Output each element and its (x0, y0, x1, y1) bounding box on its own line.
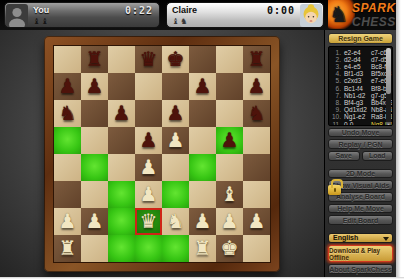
piece-black-queen: ♛ (140, 46, 158, 73)
piece-black-pawn: ♟ (221, 127, 239, 154)
piece-black-pawn: ♟ (194, 73, 212, 100)
square-c1[interactable] (108, 235, 135, 262)
piece-black-rook: ♜ (248, 46, 266, 73)
square-e5[interactable]: ♟ (162, 127, 189, 154)
piece-white-pawn: ♟ (86, 208, 104, 235)
piece-black-rook: ♜ (86, 46, 104, 73)
square-g2[interactable]: ♟ (216, 208, 243, 235)
load-button[interactable]: Load (362, 151, 394, 161)
move-row: 5.c2xd3e7-e6 (332, 77, 384, 84)
move-list: 1.e2-e4c7-c62.d2-d4d7-d53.e4-e5Bc8-f54.B… (328, 46, 393, 126)
save-button[interactable]: Save (328, 151, 360, 161)
sidebar: Resign Game 1.e2-e4c7-c62.d2-d4d7-d53.e4… (324, 30, 396, 277)
square-b2[interactable]: ♟ (81, 208, 108, 235)
square-d2[interactable]: ♛ (135, 208, 162, 235)
square-a7[interactable]: ♟ (54, 73, 81, 100)
square-h4[interactable] (243, 154, 270, 181)
chess-board: ♜♛♚♜♟♟♟♟♞♟♟♞♟♟♟♟♟♝♟♟♛♞♟♟♟♜♜♚ (53, 45, 271, 263)
square-f3[interactable] (189, 181, 216, 208)
move-row: 6.Bc1-f4Bf8-b4 (332, 85, 384, 92)
piece-white-knight: ♞ (167, 208, 185, 235)
square-g5[interactable]: ♟ (216, 127, 243, 154)
language-selected: English (333, 234, 358, 241)
square-f1[interactable]: ♜ (189, 235, 216, 262)
square-e8[interactable]: ♚ (162, 46, 189, 73)
square-g6[interactable] (216, 100, 243, 127)
download-play-offline-button[interactable]: Download & Play Offline (328, 245, 393, 262)
square-a8[interactable] (54, 46, 81, 73)
piece-white-pawn: ♟ (140, 154, 158, 181)
move-row: 2.d2-d4d7-d5 (332, 56, 384, 63)
help-me-move-button[interactable]: Help Me Move (328, 204, 393, 214)
move-row: 8.Bf4-g3Bb4xd2 (332, 99, 384, 106)
piece-white-bishop: ♝ (221, 181, 239, 208)
move-row: 7.Nb1-d2g7-g5 (332, 92, 384, 99)
square-b1[interactable] (81, 235, 108, 262)
white-avatar (6, 4, 28, 27)
dropdown-arrow-icon (383, 237, 389, 241)
about-sparkchess-button[interactable]: About SparkChess (328, 264, 393, 274)
piece-black-pawn: ♟ (113, 100, 131, 127)
square-h6[interactable]: ♞ (243, 100, 270, 127)
player-bar-black: Claire 0:00 ♝♞ (166, 2, 324, 28)
piece-white-pawn: ♟ (248, 208, 266, 235)
square-d5[interactable]: ♟ (135, 127, 162, 154)
move-row: 11.0-0Ng8-h6 (332, 121, 384, 126)
sparkchess-app: You 0:22 ♝♝ Claire 0:00 ♝♞ (0, 0, 404, 279)
move-row: 3.e4-e5Bc8-f5 (332, 63, 384, 70)
square-a4[interactable] (54, 154, 81, 181)
square-e1[interactable] (162, 235, 189, 262)
square-h7[interactable]: ♟ (243, 73, 270, 100)
piece-black-pawn: ♟ (86, 73, 104, 100)
undo-move-button[interactable]: Undo Move (328, 128, 393, 138)
piece-black-pawn: ♟ (59, 73, 77, 100)
square-c8[interactable] (108, 46, 135, 73)
square-f2[interactable]: ♟ (189, 208, 216, 235)
square-f8[interactable] (189, 46, 216, 73)
piece-black-king: ♚ (167, 46, 185, 73)
square-a5[interactable] (54, 127, 81, 154)
logo-word-chess: CHESS™ (352, 13, 396, 28)
square-e7[interactable] (162, 73, 189, 100)
square-h1[interactable] (243, 235, 270, 262)
player-bar-white: You 0:22 ♝♝ (4, 2, 160, 28)
piece-white-pawn: ♟ (59, 208, 77, 235)
app-window: You 0:22 ♝♝ Claire 0:00 ♝♞ (0, 0, 396, 277)
square-g4[interactable] (216, 154, 243, 181)
2d-mode-button[interactable]: 2D Mode (328, 169, 393, 179)
square-f4[interactable] (189, 154, 216, 181)
lock-icon (328, 185, 341, 195)
piece-white-rook: ♜ (194, 235, 212, 262)
square-e3[interactable] (162, 181, 189, 208)
square-b4[interactable] (81, 154, 108, 181)
square-h8[interactable]: ♜ (243, 46, 270, 73)
black-player-name: Claire (172, 5, 197, 15)
square-c6[interactable]: ♟ (108, 100, 135, 127)
move-row: 1.e2-e4c7-c6 (332, 49, 384, 56)
resign-game-button[interactable]: Resign Game (328, 33, 393, 44)
piece-white-pawn: ♟ (221, 208, 239, 235)
square-c5[interactable] (108, 127, 135, 154)
piece-black-pawn: ♟ (167, 100, 185, 127)
piece-white-pawn: ♟ (194, 208, 212, 235)
square-g3[interactable]: ♝ (216, 181, 243, 208)
page-right-margin (396, 0, 404, 279)
square-a1[interactable]: ♜ (54, 235, 81, 262)
square-d7[interactable] (135, 73, 162, 100)
black-clock: 0:00 (267, 5, 295, 16)
square-b8[interactable]: ♜ (81, 46, 108, 73)
edit-board-button[interactable]: Edit Board (328, 215, 393, 225)
replay-pgn-button[interactable]: Replay / PGN (328, 139, 393, 149)
square-c2[interactable] (108, 208, 135, 235)
square-d3[interactable]: ♟ (135, 181, 162, 208)
move-list-scrollbar[interactable]: ▼ (386, 48, 391, 126)
piece-white-rook: ♜ (59, 235, 77, 262)
board-backdrop: ♜♛♚♜♟♟♟♟♞♟♟♞♟♟♟♟♟♝♟♟♛♞♟♟♟♜♜♚ (0, 30, 324, 277)
square-g8[interactable] (216, 46, 243, 73)
square-e4[interactable] (162, 154, 189, 181)
square-d4[interactable]: ♟ (135, 154, 162, 181)
piece-white-queen: ♛ (140, 208, 158, 235)
square-b6[interactable] (81, 100, 108, 127)
square-c3[interactable] (108, 181, 135, 208)
top-bar: You 0:22 ♝♝ Claire 0:00 ♝♞ (0, 0, 396, 30)
square-h2[interactable]: ♟ (243, 208, 270, 235)
square-g1[interactable]: ♚ (216, 235, 243, 262)
white-captured-pieces: ♝♝ (33, 18, 49, 26)
square-f7[interactable]: ♟ (189, 73, 216, 100)
piece-black-knight: ♞ (59, 100, 77, 127)
move-row: 10.Ng1-e2Ra8-b8 (332, 113, 384, 120)
square-f5[interactable] (189, 127, 216, 154)
square-c4[interactable] (108, 154, 135, 181)
move-row: 4.Bf1-d3Bf5xd3 (332, 70, 384, 77)
knight-logo-icon: ♞ (329, 2, 349, 28)
square-h5[interactable] (243, 127, 270, 154)
piece-black-pawn: ♟ (248, 73, 266, 100)
black-avatar (300, 4, 322, 27)
square-h3[interactable] (243, 181, 270, 208)
square-d6[interactable] (135, 100, 162, 127)
square-g7[interactable] (216, 73, 243, 100)
white-clock: 0:22 (125, 5, 153, 16)
scrollbar-down-arrow[interactable]: ▼ (386, 122, 391, 126)
white-player-name: You (33, 5, 49, 15)
square-d8[interactable]: ♛ (135, 46, 162, 73)
square-a2[interactable]: ♟ (54, 208, 81, 235)
square-e2[interactable]: ♞ (162, 208, 189, 235)
square-b7[interactable]: ♟ (81, 73, 108, 100)
square-e6[interactable]: ♟ (162, 100, 189, 127)
square-a3[interactable] (54, 181, 81, 208)
piece-white-pawn: ♟ (140, 181, 158, 208)
language-dropdown[interactable]: English (328, 233, 393, 244)
piece-black-pawn: ♟ (140, 127, 158, 154)
square-b3[interactable] (81, 181, 108, 208)
scrollbar-thumb[interactable] (386, 48, 391, 94)
square-f6[interactable] (189, 100, 216, 127)
piece-black-knight: ♞ (248, 100, 266, 127)
move-row: 9.Qd1xd2Nb8-a6 (332, 106, 384, 113)
black-captured-pieces: ♝♞ (172, 18, 188, 26)
square-a6[interactable]: ♞ (54, 100, 81, 127)
board-frame: ♜♛♚♜♟♟♟♟♞♟♟♞♟♟♟♟♟♝♟♟♛♞♟♟♟♜♜♚ (44, 36, 280, 272)
piece-white-pawn: ♟ (167, 127, 185, 154)
square-b5[interactable] (81, 127, 108, 154)
square-d1[interactable] (135, 235, 162, 262)
piece-white-king: ♚ (221, 235, 239, 262)
square-c7[interactable] (108, 73, 135, 100)
sparkchess-logo: ♞ SPARK CHESS™ (328, 0, 396, 30)
